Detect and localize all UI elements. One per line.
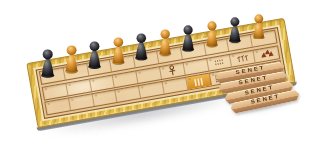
cell-r2c8[interactable] [207,54,233,70]
cell-r3c7[interactable] [186,74,212,90]
pawn-black-7[interactable] [181,25,195,56]
cell-r2c6[interactable] [160,62,186,78]
cell-r3c3[interactable] [92,90,118,106]
cell-r3c6[interactable] [163,78,189,94]
cell-r3c5[interactable] [139,82,165,98]
pawn-tan-10[interactable] [252,14,266,44]
pawn-tan-6[interactable] [158,29,172,60]
pawn-black-9[interactable] [228,17,242,47]
cell-r2c4[interactable] [113,71,139,87]
cell-r2c9[interactable] [230,50,256,66]
strokes-icon [186,74,211,90]
reeds-icon [230,50,255,66]
cell-r3c4[interactable] [116,86,142,102]
cell-r3c2[interactable] [69,94,95,110]
cell-r2c7[interactable] [183,58,209,74]
ankh-icon [160,63,185,79]
cell-r2c2[interactable] [66,79,92,95]
pawn-black-3[interactable] [87,41,102,73]
cell-r2c1[interactable] [43,83,69,99]
cell-r3c1[interactable] [45,98,71,114]
cell-r2c5[interactable] [136,67,162,83]
pawn-tan-4[interactable] [111,37,126,69]
cell-r2c3[interactable] [90,75,116,91]
pawn-tan-8[interactable] [205,21,219,52]
ticks-icon [207,54,232,70]
pawn-black-5[interactable] [134,33,149,65]
pawn-black-1[interactable] [40,49,55,82]
birds-icon [254,46,280,62]
cell-r2c10[interactable] [254,46,280,62]
pawn-tan-2[interactable] [64,45,79,78]
scene: SENETSENETSENETSENET [0,0,322,144]
